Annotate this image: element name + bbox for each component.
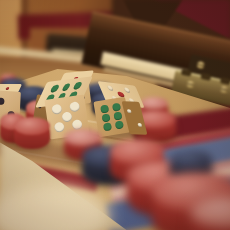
die-pip bbox=[103, 122, 113, 132]
checker-red bbox=[190, 196, 230, 230]
die-pip bbox=[100, 104, 110, 114]
die-pip bbox=[101, 113, 111, 123]
die-pip bbox=[126, 109, 132, 113]
die-pip bbox=[61, 111, 73, 123]
checker-top bbox=[14, 117, 50, 135]
die-pip bbox=[115, 120, 125, 130]
die-pip bbox=[124, 87, 132, 93]
die-pip bbox=[106, 85, 114, 91]
die-pip bbox=[5, 87, 9, 90]
die-right bbox=[96, 84, 144, 138]
backgammon-photo bbox=[0, 0, 230, 230]
checker-red bbox=[14, 117, 50, 149]
die-pip bbox=[50, 85, 59, 92]
checker-top bbox=[170, 150, 212, 169]
die-pip bbox=[137, 122, 143, 126]
die-pip bbox=[0, 97, 5, 105]
die-pip bbox=[112, 102, 122, 112]
die-pip bbox=[73, 82, 82, 89]
die-pip bbox=[69, 101, 81, 113]
die-pip bbox=[51, 103, 63, 115]
die-pip bbox=[62, 83, 71, 90]
die-pip bbox=[113, 111, 123, 121]
